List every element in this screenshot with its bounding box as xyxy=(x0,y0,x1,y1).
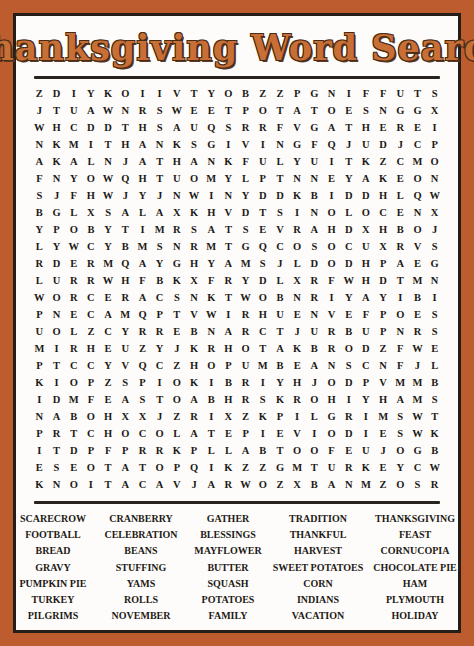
grid-cell[interactable]: U xyxy=(323,459,340,476)
grid-cell[interactable]: E xyxy=(375,459,392,476)
grid-cell[interactable]: I xyxy=(254,425,271,442)
grid-cell[interactable]: O xyxy=(392,306,409,323)
grid-cell[interactable]: O xyxy=(82,408,99,425)
grid-cell[interactable]: M xyxy=(203,170,220,187)
grid-cell[interactable]: T xyxy=(220,221,237,238)
grid-cell[interactable]: Q xyxy=(134,306,151,323)
grid-cell[interactable]: P xyxy=(254,170,271,187)
grid-cell[interactable]: P xyxy=(237,102,254,119)
grid-cell[interactable]: M xyxy=(289,459,306,476)
grid-cell[interactable]: C xyxy=(254,323,271,340)
grid-cell[interactable]: V xyxy=(237,136,254,153)
grid-cell[interactable]: T xyxy=(203,425,220,442)
grid-cell[interactable]: V xyxy=(168,85,185,102)
grid-cell[interactable]: E xyxy=(289,306,306,323)
grid-cell[interactable]: O xyxy=(65,221,82,238)
grid-cell[interactable]: D xyxy=(100,119,117,136)
grid-cell[interactable]: F xyxy=(323,272,340,289)
grid-cell[interactable]: P xyxy=(31,425,48,442)
grid-cell[interactable]: H xyxy=(100,408,117,425)
grid-cell[interactable]: K xyxy=(31,374,48,391)
grid-cell[interactable]: I xyxy=(323,153,340,170)
grid-cell[interactable]: K xyxy=(203,289,220,306)
grid-cell[interactable]: Z xyxy=(375,153,392,170)
grid-cell[interactable]: S xyxy=(185,221,202,238)
grid-cell[interactable]: R xyxy=(323,340,340,357)
grid-cell[interactable]: R xyxy=(48,425,65,442)
grid-cell[interactable]: Q xyxy=(203,119,220,136)
grid-cell[interactable]: I xyxy=(289,204,306,221)
grid-cell[interactable]: K xyxy=(220,153,237,170)
grid-cell[interactable]: T xyxy=(409,85,426,102)
grid-cell[interactable]: S xyxy=(168,289,185,306)
grid-cell[interactable]: G xyxy=(323,408,340,425)
grid-cell[interactable]: Y xyxy=(375,289,392,306)
grid-cell[interactable]: T xyxy=(48,102,65,119)
grid-cell[interactable]: B xyxy=(271,289,288,306)
grid-cell[interactable]: N xyxy=(48,170,65,187)
grid-cell[interactable]: T xyxy=(48,442,65,459)
grid-cell[interactable]: W xyxy=(31,289,48,306)
grid-cell[interactable]: R xyxy=(392,238,409,255)
grid-cell[interactable]: N xyxy=(151,136,168,153)
grid-cell[interactable]: R xyxy=(134,102,151,119)
grid-cell[interactable]: N xyxy=(289,289,306,306)
grid-cell[interactable]: H xyxy=(254,306,271,323)
grid-cell[interactable]: L xyxy=(426,357,443,374)
grid-cell[interactable]: C xyxy=(375,204,392,221)
grid-cell[interactable]: B xyxy=(117,238,134,255)
grid-cell[interactable]: F xyxy=(100,442,117,459)
grid-cell[interactable]: J xyxy=(340,136,357,153)
grid-cell[interactable]: O xyxy=(409,221,426,238)
grid-cell[interactable]: O xyxy=(117,425,134,442)
grid-cell[interactable]: V xyxy=(375,374,392,391)
grid-cell[interactable]: W xyxy=(409,425,426,442)
grid-cell[interactable]: J xyxy=(151,408,168,425)
grid-cell[interactable]: N xyxy=(168,238,185,255)
grid-cell[interactable]: T xyxy=(220,289,237,306)
grid-cell[interactable]: S xyxy=(220,119,237,136)
grid-cell[interactable]: Z xyxy=(82,323,99,340)
grid-cell[interactable]: S xyxy=(185,136,202,153)
grid-cell[interactable]: S xyxy=(134,391,151,408)
grid-cell[interactable]: R xyxy=(117,289,134,306)
grid-cell[interactable]: F xyxy=(65,187,82,204)
grid-cell[interactable]: B xyxy=(65,408,82,425)
grid-cell[interactable]: H xyxy=(323,221,340,238)
grid-cell[interactable]: U xyxy=(306,323,323,340)
grid-cell[interactable]: O xyxy=(82,170,99,187)
grid-cell[interactable]: Y xyxy=(237,187,254,204)
grid-cell[interactable]: O xyxy=(409,170,426,187)
grid-cell[interactable]: N xyxy=(289,170,306,187)
grid-cell[interactable]: M xyxy=(31,340,48,357)
grid-cell[interactable]: E xyxy=(340,102,357,119)
grid-cell[interactable]: J xyxy=(31,102,48,119)
grid-cell[interactable]: G xyxy=(289,136,306,153)
grid-cell[interactable]: U xyxy=(185,119,202,136)
grid-cell[interactable]: H xyxy=(220,340,237,357)
grid-cell[interactable]: O xyxy=(254,102,271,119)
grid-cell[interactable]: O xyxy=(48,323,65,340)
grid-cell[interactable]: I xyxy=(323,289,340,306)
grid-cell[interactable]: D xyxy=(48,391,65,408)
grid-cell[interactable]: D xyxy=(254,187,271,204)
grid-cell[interactable]: T xyxy=(151,153,168,170)
grid-cell[interactable]: S xyxy=(306,238,323,255)
grid-cell[interactable]: T xyxy=(254,204,271,221)
grid-cell[interactable]: J xyxy=(409,357,426,374)
grid-cell[interactable]: L xyxy=(168,425,185,442)
grid-cell[interactable]: A xyxy=(392,391,409,408)
grid-cell[interactable]: F xyxy=(31,170,48,187)
grid-cell[interactable]: P xyxy=(134,374,151,391)
grid-cell[interactable]: L xyxy=(289,255,306,272)
grid-cell[interactable]: I xyxy=(323,187,340,204)
grid-cell[interactable]: S xyxy=(48,459,65,476)
grid-cell[interactable]: P xyxy=(375,306,392,323)
grid-cell[interactable]: Z xyxy=(237,459,254,476)
grid-cell[interactable]: M xyxy=(375,408,392,425)
grid-cell[interactable]: Y xyxy=(271,374,288,391)
grid-cell[interactable]: M xyxy=(392,374,409,391)
grid-cell[interactable]: W xyxy=(31,119,48,136)
grid-cell[interactable]: U xyxy=(31,323,48,340)
grid-cell[interactable]: A xyxy=(168,119,185,136)
grid-cell[interactable]: G xyxy=(237,238,254,255)
grid-cell[interactable]: A xyxy=(323,119,340,136)
grid-cell[interactable]: R xyxy=(65,289,82,306)
grid-cell[interactable]: O xyxy=(117,85,134,102)
grid-cell[interactable]: R xyxy=(237,374,254,391)
grid-cell[interactable]: Q xyxy=(117,170,134,187)
grid-cell[interactable]: T xyxy=(271,323,288,340)
grid-cell[interactable]: D xyxy=(340,425,357,442)
grid-cell[interactable]: Y xyxy=(100,357,117,374)
grid-cell[interactable]: L xyxy=(392,187,409,204)
grid-cell[interactable]: Q xyxy=(323,136,340,153)
grid-cell[interactable]: R xyxy=(185,408,202,425)
grid-cell[interactable]: C xyxy=(357,357,374,374)
grid-cell[interactable]: L xyxy=(65,323,82,340)
grid-cell[interactable]: O xyxy=(323,374,340,391)
grid-cell[interactable]: M xyxy=(134,238,151,255)
grid-cell[interactable]: H xyxy=(375,391,392,408)
grid-cell[interactable]: O xyxy=(203,357,220,374)
grid-cell[interactable]: P xyxy=(31,357,48,374)
grid-cell[interactable]: I xyxy=(151,85,168,102)
grid-cell[interactable]: O xyxy=(168,374,185,391)
grid-cell[interactable]: X xyxy=(220,408,237,425)
grid-cell[interactable]: G xyxy=(306,119,323,136)
grid-cell[interactable]: S xyxy=(340,357,357,374)
grid-cell[interactable]: A xyxy=(289,102,306,119)
grid-cell[interactable]: Y xyxy=(65,170,82,187)
grid-cell[interactable]: A xyxy=(357,170,374,187)
grid-cell[interactable]: I xyxy=(357,425,374,442)
grid-cell[interactable]: R xyxy=(289,221,306,238)
grid-cell[interactable]: J xyxy=(271,255,288,272)
grid-cell[interactable]: B xyxy=(151,272,168,289)
grid-cell[interactable]: X xyxy=(134,408,151,425)
grid-cell[interactable]: B xyxy=(392,221,409,238)
grid-cell[interactable]: N xyxy=(117,102,134,119)
grid-cell[interactable]: H xyxy=(375,187,392,204)
grid-cell[interactable]: I xyxy=(82,476,99,493)
grid-cell[interactable]: J xyxy=(185,476,202,493)
grid-cell[interactable]: V xyxy=(289,425,306,442)
grid-cell[interactable]: T xyxy=(271,170,288,187)
grid-cell[interactable]: E xyxy=(65,306,82,323)
grid-cell[interactable]: I xyxy=(48,374,65,391)
grid-cell[interactable]: Y xyxy=(289,153,306,170)
grid-cell[interactable]: B xyxy=(306,187,323,204)
grid-cell[interactable]: L xyxy=(31,238,48,255)
grid-cell[interactable]: E xyxy=(289,357,306,374)
grid-cell[interactable]: L xyxy=(237,170,254,187)
grid-cell[interactable]: Y xyxy=(31,221,48,238)
grid-cell[interactable]: M xyxy=(409,272,426,289)
grid-cell[interactable]: A xyxy=(392,255,409,272)
grid-cell[interactable]: D xyxy=(357,187,374,204)
grid-cell[interactable]: H xyxy=(185,357,202,374)
grid-cell[interactable]: D xyxy=(340,187,357,204)
grid-cell[interactable]: O xyxy=(323,102,340,119)
grid-cell[interactable]: I xyxy=(203,187,220,204)
grid-cell[interactable]: X xyxy=(82,204,99,221)
grid-cell[interactable]: N xyxy=(220,187,237,204)
grid-cell[interactable]: J xyxy=(426,221,443,238)
grid-cell[interactable]: J xyxy=(117,187,134,204)
grid-cell[interactable]: R xyxy=(289,391,306,408)
grid-cell[interactable]: A xyxy=(203,476,220,493)
grid-cell[interactable]: Y xyxy=(392,459,409,476)
grid-cell[interactable]: F xyxy=(203,272,220,289)
grid-cell[interactable]: W xyxy=(100,170,117,187)
grid-cell[interactable]: K xyxy=(254,408,271,425)
grid-cell[interactable]: K xyxy=(357,459,374,476)
grid-cell[interactable]: S xyxy=(392,425,409,442)
grid-cell[interactable]: I xyxy=(220,306,237,323)
grid-cell[interactable]: I xyxy=(392,289,409,306)
grid-cell[interactable]: E xyxy=(168,323,185,340)
grid-cell[interactable]: C xyxy=(134,476,151,493)
grid-cell[interactable]: E xyxy=(203,102,220,119)
grid-cell[interactable]: U xyxy=(357,323,374,340)
grid-cell[interactable]: X xyxy=(117,408,134,425)
grid-cell[interactable]: P xyxy=(185,442,202,459)
grid-cell[interactable]: K xyxy=(375,170,392,187)
grid-cell[interactable]: K xyxy=(271,391,288,408)
grid-cell[interactable]: Z xyxy=(271,85,288,102)
grid-cell[interactable]: G xyxy=(306,85,323,102)
grid-cell[interactable]: O xyxy=(151,425,168,442)
grid-cell[interactable]: N xyxy=(203,153,220,170)
grid-cell[interactable]: O xyxy=(306,442,323,459)
grid-cell[interactable]: E xyxy=(254,221,271,238)
grid-cell[interactable]: H xyxy=(357,119,374,136)
grid-cell[interactable]: P xyxy=(117,442,134,459)
grid-cell[interactable]: R xyxy=(426,476,443,493)
grid-cell[interactable]: Y xyxy=(340,170,357,187)
grid-cell[interactable]: U xyxy=(271,306,288,323)
grid-cell[interactable]: Y xyxy=(357,391,374,408)
grid-cell[interactable]: R xyxy=(392,119,409,136)
grid-cell[interactable]: E xyxy=(185,102,202,119)
grid-cell[interactable]: E xyxy=(409,306,426,323)
grid-cell[interactable]: C xyxy=(271,238,288,255)
grid-cell[interactable]: T xyxy=(117,119,134,136)
grid-cell[interactable]: B xyxy=(82,221,99,238)
grid-cell[interactable]: F xyxy=(323,442,340,459)
grid-cell[interactable]: B xyxy=(185,323,202,340)
grid-cell[interactable]: O xyxy=(151,459,168,476)
grid-cell[interactable]: J xyxy=(117,153,134,170)
grid-cell[interactable]: N xyxy=(168,187,185,204)
grid-cell[interactable]: K xyxy=(168,442,185,459)
grid-cell[interactable]: A xyxy=(357,289,374,306)
grid-cell[interactable]: P xyxy=(151,306,168,323)
grid-cell[interactable]: S xyxy=(31,187,48,204)
grid-cell[interactable]: Y xyxy=(203,85,220,102)
grid-cell[interactable]: D xyxy=(271,187,288,204)
grid-cell[interactable]: S xyxy=(357,102,374,119)
grid-cell[interactable]: A xyxy=(237,442,254,459)
grid-cell[interactable]: E xyxy=(340,442,357,459)
grid-cell[interactable]: Q xyxy=(409,187,426,204)
grid-cell[interactable]: I xyxy=(134,221,151,238)
grid-cell[interactable]: O xyxy=(82,459,99,476)
grid-cell[interactable]: E xyxy=(323,170,340,187)
grid-cell[interactable]: C xyxy=(392,153,409,170)
grid-cell[interactable]: A xyxy=(220,255,237,272)
grid-cell[interactable]: K xyxy=(48,136,65,153)
grid-cell[interactable]: W xyxy=(340,272,357,289)
grid-cell[interactable]: O xyxy=(289,442,306,459)
grid-cell[interactable]: P xyxy=(426,136,443,153)
grid-cell[interactable]: H xyxy=(357,255,374,272)
grid-cell[interactable]: N xyxy=(100,153,117,170)
grid-cell[interactable]: O xyxy=(340,340,357,357)
grid-cell[interactable]: H xyxy=(220,391,237,408)
grid-cell[interactable]: B xyxy=(220,374,237,391)
grid-cell[interactable]: S xyxy=(271,204,288,221)
grid-cell[interactable]: X xyxy=(357,221,374,238)
grid-cell[interactable]: S xyxy=(117,374,134,391)
grid-cell[interactable]: A xyxy=(134,136,151,153)
grid-cell[interactable]: F xyxy=(306,136,323,153)
grid-cell[interactable]: B xyxy=(409,289,426,306)
grid-cell[interactable]: B xyxy=(426,442,443,459)
grid-cell[interactable]: Z xyxy=(375,340,392,357)
grid-cell[interactable]: B xyxy=(271,357,288,374)
grid-cell[interactable]: R xyxy=(134,323,151,340)
grid-cell[interactable]: M xyxy=(409,153,426,170)
grid-cell[interactable]: T xyxy=(306,102,323,119)
grid-cell[interactable]: P xyxy=(82,374,99,391)
grid-cell[interactable]: L xyxy=(65,204,82,221)
grid-cell[interactable]: N xyxy=(306,306,323,323)
grid-cell[interactable]: T xyxy=(151,391,168,408)
grid-cell[interactable]: D xyxy=(82,119,99,136)
grid-cell[interactable]: A xyxy=(31,153,48,170)
grid-cell[interactable]: N xyxy=(31,136,48,153)
grid-cell[interactable]: D xyxy=(375,136,392,153)
grid-cell[interactable]: P xyxy=(375,255,392,272)
grid-cell[interactable]: H xyxy=(134,170,151,187)
grid-cell[interactable]: X xyxy=(185,272,202,289)
grid-cell[interactable]: A xyxy=(48,408,65,425)
grid-cell[interactable]: Y xyxy=(220,170,237,187)
grid-cell[interactable]: G xyxy=(409,102,426,119)
grid-cell[interactable]: H xyxy=(323,391,340,408)
grid-cell[interactable]: V xyxy=(289,119,306,136)
grid-cell[interactable]: T xyxy=(48,357,65,374)
grid-cell[interactable]: U xyxy=(357,238,374,255)
grid-cell[interactable]: I xyxy=(340,85,357,102)
grid-cell[interactable]: J xyxy=(306,374,323,391)
grid-cell[interactable]: L xyxy=(306,408,323,425)
grid-cell[interactable]: O xyxy=(323,204,340,221)
grid-cell[interactable]: H xyxy=(134,119,151,136)
grid-cell[interactable]: D xyxy=(48,85,65,102)
grid-cell[interactable]: I xyxy=(203,459,220,476)
grid-cell[interactable]: W xyxy=(100,187,117,204)
grid-cell[interactable]: R xyxy=(220,476,237,493)
grid-cell[interactable]: C xyxy=(134,425,151,442)
grid-cell[interactable]: L xyxy=(271,272,288,289)
grid-cell[interactable]: R xyxy=(340,459,357,476)
grid-cell[interactable]: A xyxy=(82,102,99,119)
grid-cell[interactable]: G xyxy=(168,255,185,272)
grid-cell[interactable]: T xyxy=(65,425,82,442)
grid-cell[interactable]: S xyxy=(409,476,426,493)
grid-cell[interactable]: S xyxy=(426,85,443,102)
grid-cell[interactable]: J xyxy=(168,340,185,357)
grid-cell[interactable]: I xyxy=(220,136,237,153)
grid-cell[interactable]: E xyxy=(392,204,409,221)
grid-cell[interactable]: F xyxy=(375,85,392,102)
grid-cell[interactable]: K xyxy=(289,187,306,204)
grid-cell[interactable]: L xyxy=(220,442,237,459)
grid-cell[interactable]: J xyxy=(48,187,65,204)
grid-cell[interactable]: U xyxy=(392,85,409,102)
grid-cell[interactable]: H xyxy=(203,204,220,221)
grid-cell[interactable]: L xyxy=(203,442,220,459)
grid-cell[interactable]: N xyxy=(271,136,288,153)
grid-cell[interactable]: Y xyxy=(48,238,65,255)
grid-cell[interactable]: F xyxy=(82,391,99,408)
grid-cell[interactable]: A xyxy=(185,425,202,442)
grid-cell[interactable]: C xyxy=(82,238,99,255)
grid-cell[interactable]: O xyxy=(168,391,185,408)
grid-cell[interactable]: C xyxy=(409,459,426,476)
grid-cell[interactable]: O xyxy=(426,153,443,170)
grid-cell[interactable]: D xyxy=(254,272,271,289)
grid-cell[interactable]: V xyxy=(168,476,185,493)
grid-cell[interactable]: T xyxy=(340,153,357,170)
grid-cell[interactable]: B xyxy=(306,476,323,493)
grid-cell[interactable]: Z xyxy=(134,340,151,357)
grid-cell[interactable]: N xyxy=(392,323,409,340)
grid-cell[interactable]: C xyxy=(409,136,426,153)
grid-cell[interactable]: K xyxy=(185,374,202,391)
grid-cell[interactable]: R xyxy=(237,323,254,340)
grid-cell[interactable]: G xyxy=(48,204,65,221)
grid-cell[interactable]: Z xyxy=(254,85,271,102)
grid-cell[interactable]: N xyxy=(340,476,357,493)
